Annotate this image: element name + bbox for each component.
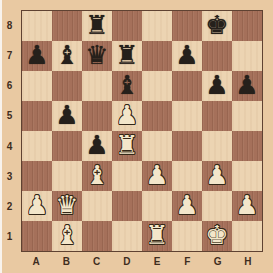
rank-label-8: 8: [0, 10, 19, 40]
square-h4[interactable]: [232, 131, 262, 161]
piece-black-bishop: ♝: [115, 72, 138, 98]
square-f5[interactable]: [172, 101, 202, 131]
square-d1[interactable]: [112, 221, 142, 251]
square-e5[interactable]: [142, 101, 172, 131]
piece-black-rook: ♜: [85, 12, 108, 38]
square-g4[interactable]: [202, 131, 232, 161]
square-d6[interactable]: ♝: [112, 71, 142, 101]
square-f7[interactable]: ♟: [172, 41, 202, 71]
rank-label-5: 5: [0, 101, 19, 131]
square-b8[interactable]: [52, 11, 82, 41]
square-f1[interactable]: [172, 221, 202, 251]
piece-white-bishop: ♝: [85, 162, 108, 188]
square-h6[interactable]: ♟: [232, 71, 262, 101]
square-d4[interactable]: ♜: [112, 131, 142, 161]
square-e7[interactable]: [142, 41, 172, 71]
square-c6[interactable]: [82, 71, 112, 101]
square-g1[interactable]: ♚: [202, 221, 232, 251]
piece-black-pawn: ♟: [25, 42, 48, 68]
square-a7[interactable]: ♟: [22, 41, 52, 71]
file-label-h: H: [233, 251, 263, 271]
piece-black-bishop: ♝: [55, 42, 78, 68]
square-e6[interactable]: [142, 71, 172, 101]
square-c3[interactable]: ♝: [82, 161, 112, 191]
piece-white-bishop: ♝: [55, 222, 78, 248]
square-e3[interactable]: ♟: [142, 161, 172, 191]
square-h2[interactable]: ♟: [232, 191, 262, 221]
rank-label-4: 4: [0, 131, 19, 161]
square-a5[interactable]: [22, 101, 52, 131]
piece-white-pawn: ♟: [235, 192, 258, 218]
square-g8[interactable]: ♚: [202, 11, 232, 41]
square-c5[interactable]: [82, 101, 112, 131]
piece-white-pawn: ♟: [175, 192, 198, 218]
rank-label-3: 3: [0, 161, 19, 191]
piece-black-king: ♚: [205, 12, 228, 38]
piece-white-rook: ♜: [115, 132, 138, 158]
square-h8[interactable]: [232, 11, 262, 41]
file-labels: A B C D E F G H: [21, 251, 263, 271]
piece-white-pawn: ♟: [115, 102, 138, 128]
square-d5[interactable]: ♟: [112, 101, 142, 131]
square-a2[interactable]: ♟: [22, 191, 52, 221]
square-f8[interactable]: [172, 11, 202, 41]
square-b6[interactable]: [52, 71, 82, 101]
piece-black-pawn: ♟: [55, 102, 78, 128]
square-d8[interactable]: [112, 11, 142, 41]
piece-white-rook: ♜: [145, 222, 168, 248]
rank-labels: 8 7 6 5 4 3 2 1: [0, 10, 19, 252]
rank-label-6: 6: [0, 71, 19, 101]
piece-black-pawn: ♟: [175, 42, 198, 68]
square-a8[interactable]: [22, 11, 52, 41]
square-g6[interactable]: ♟: [202, 71, 232, 101]
square-b4[interactable]: [52, 131, 82, 161]
rank-label-2: 2: [0, 192, 19, 222]
square-f2[interactable]: ♟: [172, 191, 202, 221]
piece-black-pawn: ♟: [235, 72, 258, 98]
piece-white-pawn: ♟: [205, 162, 228, 188]
file-label-a: A: [21, 251, 51, 271]
square-b7[interactable]: ♝: [52, 41, 82, 71]
square-c4[interactable]: ♟: [82, 131, 112, 161]
square-c8[interactable]: ♜: [82, 11, 112, 41]
square-e1[interactable]: ♜: [142, 221, 172, 251]
square-e2[interactable]: [142, 191, 172, 221]
square-f6[interactable]: [172, 71, 202, 101]
rank-label-7: 7: [0, 40, 19, 70]
piece-white-pawn: ♟: [145, 162, 168, 188]
piece-black-rook: ♜: [115, 42, 138, 68]
square-d7[interactable]: ♜: [112, 41, 142, 71]
file-label-c: C: [82, 251, 112, 271]
chess-board-frame: 8 7 6 5 4 3 2 1 ♜♚♟♝♛♜♟♝♟♟♟♟♟♜♝♟♟♟♛♟♟♝♜♚…: [0, 0, 273, 273]
square-a1[interactable]: [22, 221, 52, 251]
square-b3[interactable]: [52, 161, 82, 191]
square-g7[interactable]: [202, 41, 232, 71]
file-label-d: D: [112, 251, 142, 271]
square-b2[interactable]: ♛: [52, 191, 82, 221]
square-c1[interactable]: [82, 221, 112, 251]
square-h7[interactable]: [232, 41, 262, 71]
piece-white-king: ♚: [205, 222, 228, 248]
piece-black-pawn: ♟: [85, 132, 108, 158]
square-d2[interactable]: [112, 191, 142, 221]
square-c2[interactable]: [82, 191, 112, 221]
square-f3[interactable]: [172, 161, 202, 191]
file-label-f: F: [172, 251, 202, 271]
piece-black-pawn: ♟: [205, 72, 228, 98]
square-c7[interactable]: ♛: [82, 41, 112, 71]
square-a6[interactable]: [22, 71, 52, 101]
square-f4[interactable]: [172, 131, 202, 161]
piece-black-queen: ♛: [85, 42, 108, 68]
square-g3[interactable]: ♟: [202, 161, 232, 191]
square-g5[interactable]: [202, 101, 232, 131]
rank-label-1: 1: [0, 222, 19, 252]
square-h5[interactable]: [232, 101, 262, 131]
square-b5[interactable]: ♟: [52, 101, 82, 131]
square-a3[interactable]: [22, 161, 52, 191]
file-label-b: B: [51, 251, 81, 271]
file-label-e: E: [142, 251, 172, 271]
square-h1[interactable]: [232, 221, 262, 251]
square-d3[interactable]: [112, 161, 142, 191]
square-b1[interactable]: ♝: [52, 221, 82, 251]
square-e4[interactable]: [142, 131, 172, 161]
piece-white-pawn: ♟: [25, 192, 48, 218]
chess-board-grid: ♜♚♟♝♛♜♟♝♟♟♟♟♟♜♝♟♟♟♛♟♟♝♜♚: [21, 10, 263, 252]
square-h3[interactable]: [232, 161, 262, 191]
square-a4[interactable]: [22, 131, 52, 161]
square-g2[interactable]: [202, 191, 232, 221]
piece-white-queen: ♛: [55, 192, 78, 218]
square-e8[interactable]: [142, 11, 172, 41]
file-label-g: G: [203, 251, 233, 271]
